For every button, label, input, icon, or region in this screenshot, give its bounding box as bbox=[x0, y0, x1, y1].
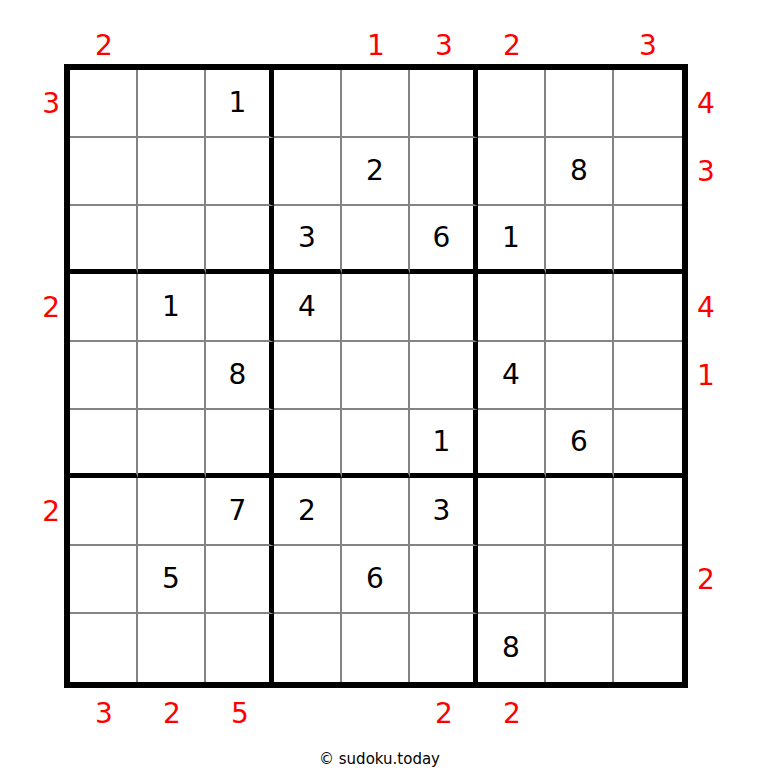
clue-top-7: 2 bbox=[478, 32, 546, 60]
cell-r8c5[interactable]: 6 bbox=[342, 546, 410, 614]
cell-r3c7[interactable]: 1 bbox=[478, 206, 546, 274]
clues-top: 21323 bbox=[70, 24, 682, 60]
cell-r2c1[interactable] bbox=[70, 138, 138, 206]
clue-right-2: 3 bbox=[697, 138, 729, 206]
cell-r6c9[interactable] bbox=[614, 410, 682, 478]
cell-r5c1[interactable] bbox=[70, 342, 138, 410]
cell-r8c6[interactable] bbox=[410, 546, 478, 614]
cell-r6c1[interactable] bbox=[70, 410, 138, 478]
cell-r7c2[interactable] bbox=[138, 478, 206, 546]
cell-r2c2[interactable] bbox=[138, 138, 206, 206]
clue-bottom-6: 2 bbox=[410, 700, 478, 728]
clue-top-5: 1 bbox=[342, 32, 410, 60]
cell-r9c4[interactable] bbox=[274, 614, 342, 682]
cell-r1c5[interactable] bbox=[342, 70, 410, 138]
clue-right-7 bbox=[697, 478, 729, 546]
cell-r2c8[interactable]: 8 bbox=[546, 138, 614, 206]
cell-r7c5[interactable] bbox=[342, 478, 410, 546]
clue-bottom-2: 2 bbox=[138, 700, 206, 728]
clue-left-3 bbox=[28, 206, 60, 274]
cell-r1c9[interactable] bbox=[614, 70, 682, 138]
clue-right-6 bbox=[697, 410, 729, 478]
cell-r5c5[interactable] bbox=[342, 342, 410, 410]
clue-right-8: 2 bbox=[697, 546, 729, 614]
cell-r7c7[interactable] bbox=[478, 478, 546, 546]
clue-top-9: 3 bbox=[614, 32, 682, 60]
cell-r5c4[interactable] bbox=[274, 342, 342, 410]
cell-r1c2[interactable] bbox=[138, 70, 206, 138]
cell-r2c6[interactable] bbox=[410, 138, 478, 206]
cell-r2c9[interactable] bbox=[614, 138, 682, 206]
cell-r7c8[interactable] bbox=[546, 478, 614, 546]
clue-right-9 bbox=[697, 614, 729, 682]
cell-r9c9[interactable] bbox=[614, 614, 682, 682]
cell-r7c3[interactable]: 7 bbox=[206, 478, 274, 546]
cell-r9c7[interactable]: 8 bbox=[478, 614, 546, 682]
clue-left-2 bbox=[28, 138, 60, 206]
clue-right-5: 1 bbox=[697, 342, 729, 410]
cell-r1c1[interactable] bbox=[70, 70, 138, 138]
cell-r3c2[interactable] bbox=[138, 206, 206, 274]
cell-r4c6[interactable] bbox=[410, 274, 478, 342]
cell-r9c8[interactable] bbox=[546, 614, 614, 682]
cell-r5c9[interactable] bbox=[614, 342, 682, 410]
cell-r1c8[interactable] bbox=[546, 70, 614, 138]
clue-bottom-3: 5 bbox=[206, 700, 274, 728]
cell-r3c5[interactable] bbox=[342, 206, 410, 274]
cell-r4c9[interactable] bbox=[614, 274, 682, 342]
cell-r1c7[interactable] bbox=[478, 70, 546, 138]
cell-r4c1[interactable] bbox=[70, 274, 138, 342]
cell-r4c4[interactable]: 4 bbox=[274, 274, 342, 342]
clues-left: 322 bbox=[28, 70, 60, 682]
clue-left-6 bbox=[28, 410, 60, 478]
cell-r9c3[interactable] bbox=[206, 614, 274, 682]
clue-left-9 bbox=[28, 614, 60, 682]
clue-left-7: 2 bbox=[28, 478, 60, 546]
cell-r9c5[interactable] bbox=[342, 614, 410, 682]
clue-bottom-1: 3 bbox=[70, 700, 138, 728]
cell-r8c7[interactable] bbox=[478, 546, 546, 614]
cell-r7c4[interactable]: 2 bbox=[274, 478, 342, 546]
cell-r6c4[interactable] bbox=[274, 410, 342, 478]
clue-left-4: 2 bbox=[28, 274, 60, 342]
cell-r5c3[interactable]: 8 bbox=[206, 342, 274, 410]
clue-bottom-7: 2 bbox=[478, 700, 546, 728]
cell-r6c5[interactable] bbox=[342, 410, 410, 478]
cell-r4c3[interactable] bbox=[206, 274, 274, 342]
clue-right-1: 4 bbox=[697, 70, 729, 138]
cell-r9c1[interactable] bbox=[70, 614, 138, 682]
cell-r8c1[interactable] bbox=[70, 546, 138, 614]
clue-left-1: 3 bbox=[28, 70, 60, 138]
cell-r1c4[interactable] bbox=[274, 70, 342, 138]
cell-r4c7[interactable] bbox=[478, 274, 546, 342]
cell-r8c4[interactable] bbox=[274, 546, 342, 614]
cell-r5c2[interactable] bbox=[138, 342, 206, 410]
cell-r2c3[interactable] bbox=[206, 138, 274, 206]
cell-r2c7[interactable] bbox=[478, 138, 546, 206]
cell-r1c3[interactable]: 1 bbox=[206, 70, 274, 138]
cell-r4c2[interactable]: 1 bbox=[138, 274, 206, 342]
cell-r7c6[interactable]: 3 bbox=[410, 478, 478, 546]
cell-r7c9[interactable] bbox=[614, 478, 682, 546]
cell-r5c8[interactable] bbox=[546, 342, 614, 410]
cell-r6c3[interactable] bbox=[206, 410, 274, 478]
cell-r3c9[interactable] bbox=[614, 206, 682, 274]
cell-r4c8[interactable] bbox=[546, 274, 614, 342]
clues-right: 43412 bbox=[697, 70, 729, 682]
cell-r9c6[interactable] bbox=[410, 614, 478, 682]
cell-r6c8[interactable]: 6 bbox=[546, 410, 614, 478]
cell-r5c6[interactable] bbox=[410, 342, 478, 410]
cell-r3c6[interactable]: 6 bbox=[410, 206, 478, 274]
clues-bottom: 32522 bbox=[70, 700, 682, 736]
cell-r8c8[interactable] bbox=[546, 546, 614, 614]
cell-r6c7[interactable] bbox=[478, 410, 546, 478]
copyright-text: © sudoku.today bbox=[0, 750, 759, 768]
clue-top-6: 3 bbox=[410, 32, 478, 60]
clue-left-5 bbox=[28, 342, 60, 410]
cell-r3c1[interactable] bbox=[70, 206, 138, 274]
cell-r3c8[interactable] bbox=[546, 206, 614, 274]
clue-left-8 bbox=[28, 546, 60, 614]
sudoku-board: 128361148416723568 bbox=[64, 64, 688, 688]
cell-r2c4[interactable] bbox=[274, 138, 342, 206]
puzzle-page: 21323 322 128361148416723568 43412 32522… bbox=[0, 0, 759, 779]
cell-r6c2[interactable] bbox=[138, 410, 206, 478]
cell-r8c2[interactable]: 5 bbox=[138, 546, 206, 614]
cell-r3c4[interactable]: 3 bbox=[274, 206, 342, 274]
cell-r8c9[interactable] bbox=[614, 546, 682, 614]
clue-right-4: 4 bbox=[697, 274, 729, 342]
cell-r1c6[interactable] bbox=[410, 70, 478, 138]
cell-r8c3[interactable] bbox=[206, 546, 274, 614]
cell-r9c2[interactable] bbox=[138, 614, 206, 682]
clue-right-3 bbox=[697, 206, 729, 274]
cell-r2c5[interactable]: 2 bbox=[342, 138, 410, 206]
cell-r6c6[interactable]: 1 bbox=[410, 410, 478, 478]
clue-top-1: 2 bbox=[70, 32, 138, 60]
cell-r7c1[interactable] bbox=[70, 478, 138, 546]
cell-r4c5[interactable] bbox=[342, 274, 410, 342]
cell-r5c7[interactable]: 4 bbox=[478, 342, 546, 410]
cell-r3c3[interactable] bbox=[206, 206, 274, 274]
